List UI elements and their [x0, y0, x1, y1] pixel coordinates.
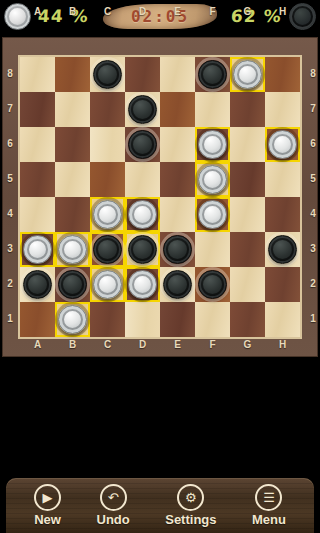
- square-D1[interactable]: [125, 302, 160, 337]
- square-D2[interactable]: [125, 267, 160, 302]
- white-piece-F4[interactable]: [198, 200, 227, 229]
- file-label-A: A: [20, 6, 55, 17]
- black-piece-C3[interactable]: [93, 235, 122, 264]
- square-B7[interactable]: [55, 92, 90, 127]
- square-D6[interactable]: [125, 127, 160, 162]
- settings-button[interactable]: ⚙ Settings: [165, 484, 216, 527]
- rank-label-5: 5: [308, 173, 318, 184]
- new-button[interactable]: ▶ New: [34, 484, 61, 527]
- square-F6[interactable]: [195, 127, 230, 162]
- black-piece-D7[interactable]: [128, 95, 157, 124]
- black-piece-D3[interactable]: [128, 235, 157, 264]
- file-label-H: H: [265, 339, 300, 350]
- black-piece-F8[interactable]: [198, 60, 227, 89]
- square-H8[interactable]: [265, 57, 300, 92]
- square-F2[interactable]: [195, 267, 230, 302]
- undo-button[interactable]: ↶ Undo: [97, 484, 130, 527]
- square-B5[interactable]: [55, 162, 90, 197]
- square-G5[interactable]: [230, 162, 265, 197]
- square-G6[interactable]: [230, 127, 265, 162]
- rank-label-5: 5: [5, 173, 15, 184]
- file-label-C: C: [90, 339, 125, 350]
- square-B2[interactable]: [55, 267, 90, 302]
- file-label-C: C: [90, 6, 125, 17]
- square-H4[interactable]: [265, 197, 300, 232]
- square-C1[interactable]: [90, 302, 125, 337]
- file-label-B: B: [55, 339, 90, 350]
- square-A7[interactable]: [20, 92, 55, 127]
- square-E2[interactable]: [160, 267, 195, 302]
- square-A4[interactable]: [20, 197, 55, 232]
- black-piece-E3[interactable]: [163, 235, 192, 264]
- file-label-A: A: [20, 339, 55, 350]
- rank-label-2: 2: [5, 278, 15, 289]
- black-piece-B2[interactable]: [58, 270, 87, 299]
- rank-label-6: 6: [5, 138, 15, 149]
- white-piece-D4[interactable]: [128, 200, 157, 229]
- file-label-G: G: [230, 6, 265, 17]
- square-A8[interactable]: [20, 57, 55, 92]
- square-F7[interactable]: [195, 92, 230, 127]
- checkers-board: AABBCCDDEEFFGGHH8877665544332211: [2, 37, 318, 357]
- rank-label-7: 7: [308, 103, 318, 114]
- rank-label-1: 1: [308, 313, 318, 324]
- file-label-G: G: [230, 339, 265, 350]
- app-screen: 44 % 02:05 62 % AABBCCDDEEFFGGHH88776655…: [0, 0, 320, 533]
- board-grid: [20, 57, 300, 337]
- square-D5[interactable]: [125, 162, 160, 197]
- black-piece-E2[interactable]: [163, 270, 192, 299]
- square-H3[interactable]: [265, 232, 300, 267]
- rank-label-3: 3: [308, 243, 318, 254]
- square-E3[interactable]: [160, 232, 195, 267]
- gear-icon: ⚙: [177, 484, 204, 511]
- square-F4[interactable]: [195, 197, 230, 232]
- square-G3[interactable]: [230, 232, 265, 267]
- square-F8[interactable]: [195, 57, 230, 92]
- undo-icon: ↶: [100, 484, 127, 511]
- square-H6[interactable]: [265, 127, 300, 162]
- square-G4[interactable]: [230, 197, 265, 232]
- rank-label-3: 3: [5, 243, 15, 254]
- rank-label-4: 4: [5, 208, 15, 219]
- square-E4[interactable]: [160, 197, 195, 232]
- square-C5[interactable]: [90, 162, 125, 197]
- rank-label-7: 7: [5, 103, 15, 114]
- toolbar: ▶ New ↶ Undo ⚙ Settings ☰ Menu: [6, 478, 314, 533]
- rank-label-8: 8: [308, 68, 318, 79]
- square-C6[interactable]: [90, 127, 125, 162]
- black-piece-C8[interactable]: [93, 60, 122, 89]
- white-piece-B1[interactable]: [58, 305, 87, 334]
- square-H2[interactable]: [265, 267, 300, 302]
- square-C7[interactable]: [90, 92, 125, 127]
- square-A6[interactable]: [20, 127, 55, 162]
- white-piece-F5[interactable]: [198, 165, 227, 194]
- black-piece-F2[interactable]: [198, 270, 227, 299]
- square-A1[interactable]: [20, 302, 55, 337]
- menu-icon: ☰: [255, 484, 282, 511]
- square-D7[interactable]: [125, 92, 160, 127]
- file-label-F: F: [195, 339, 230, 350]
- square-F1[interactable]: [195, 302, 230, 337]
- square-B8[interactable]: [55, 57, 90, 92]
- white-piece-D2[interactable]: [128, 270, 157, 299]
- square-G8[interactable]: [230, 57, 265, 92]
- square-A3[interactable]: [20, 232, 55, 267]
- square-H7[interactable]: [265, 92, 300, 127]
- square-C3[interactable]: [90, 232, 125, 267]
- square-B4[interactable]: [55, 197, 90, 232]
- rank-label-4: 4: [308, 208, 318, 219]
- menu-button[interactable]: ☰ Menu: [252, 484, 286, 527]
- file-label-E: E: [160, 339, 195, 350]
- square-B3[interactable]: [55, 232, 90, 267]
- square-E1[interactable]: [160, 302, 195, 337]
- file-label-H: H: [265, 6, 300, 17]
- white-piece-G8[interactable]: [233, 60, 262, 89]
- square-A5[interactable]: [20, 162, 55, 197]
- square-F3[interactable]: [195, 232, 230, 267]
- square-D8[interactable]: [125, 57, 160, 92]
- square-G2[interactable]: [230, 267, 265, 302]
- white-piece-H6[interactable]: [268, 130, 297, 159]
- square-G7[interactable]: [230, 92, 265, 127]
- file-label-B: B: [55, 6, 90, 17]
- black-piece-A2[interactable]: [23, 270, 52, 299]
- square-H5[interactable]: [265, 162, 300, 197]
- square-F5[interactable]: [195, 162, 230, 197]
- square-H1[interactable]: [265, 302, 300, 337]
- play-icon: ▶: [34, 484, 61, 511]
- file-label-F: F: [195, 6, 230, 17]
- white-piece-B3[interactable]: [58, 235, 87, 264]
- white-piece-F6[interactable]: [198, 130, 227, 159]
- rank-label-2: 2: [308, 278, 318, 289]
- square-G1[interactable]: [230, 302, 265, 337]
- square-E5[interactable]: [160, 162, 195, 197]
- square-D4[interactable]: [125, 197, 160, 232]
- square-C8[interactable]: [90, 57, 125, 92]
- square-B1[interactable]: [55, 302, 90, 337]
- square-E8[interactable]: [160, 57, 195, 92]
- square-B6[interactable]: [55, 127, 90, 162]
- black-piece-D6[interactable]: [128, 130, 157, 159]
- file-label-E: E: [160, 6, 195, 17]
- new-button-label: New: [34, 512, 61, 527]
- black-piece-H3[interactable]: [268, 235, 297, 264]
- square-C4[interactable]: [90, 197, 125, 232]
- square-D3[interactable]: [125, 232, 160, 267]
- white-piece-C4[interactable]: [93, 200, 122, 229]
- board-inner-border: [18, 55, 302, 339]
- white-piece-C2[interactable]: [93, 270, 122, 299]
- rank-label-8: 8: [5, 68, 15, 79]
- rank-label-6: 6: [308, 138, 318, 149]
- file-label-D: D: [125, 6, 160, 17]
- undo-button-label: Undo: [97, 512, 130, 527]
- square-A2[interactable]: [20, 267, 55, 302]
- settings-button-label: Settings: [165, 512, 216, 527]
- rank-label-1: 1: [5, 313, 15, 324]
- square-E7[interactable]: [160, 92, 195, 127]
- square-C2[interactable]: [90, 267, 125, 302]
- menu-button-label: Menu: [252, 512, 286, 527]
- square-E6[interactable]: [160, 127, 195, 162]
- white-piece-A3[interactable]: [23, 235, 52, 264]
- file-label-D: D: [125, 339, 160, 350]
